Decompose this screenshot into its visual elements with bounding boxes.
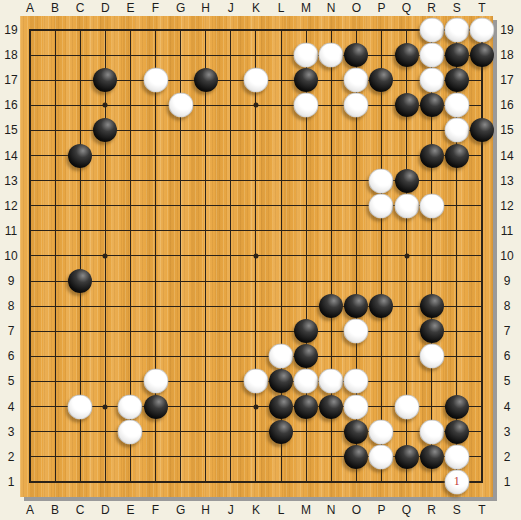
stone-white[interactable]	[294, 93, 319, 118]
row-label-left: 2	[8, 451, 15, 463]
stone-white[interactable]	[143, 369, 168, 394]
row-label-left: 14	[4, 150, 17, 162]
stone-white[interactable]	[369, 419, 394, 444]
col-label-bottom: P	[377, 504, 385, 516]
row-label-left: 1	[8, 476, 15, 488]
stone-black[interactable]	[395, 445, 419, 469]
stone-white[interactable]	[419, 43, 444, 68]
stone-white[interactable]	[143, 68, 168, 93]
stone-black[interactable]	[68, 269, 92, 293]
row-label-right: 7	[504, 325, 511, 337]
stone-black[interactable]	[445, 43, 469, 67]
grid-line-horizontal	[29, 306, 483, 307]
row-label-right: 12	[500, 200, 513, 212]
stone-black[interactable]	[420, 294, 444, 318]
col-label-top: N	[327, 2, 336, 14]
row-label-right: 6	[504, 350, 511, 362]
col-label-top: G	[176, 2, 185, 14]
grid-line-horizontal	[29, 331, 483, 332]
stone-white[interactable]: 1	[444, 469, 469, 494]
star-point	[253, 103, 258, 108]
stone-white[interactable]	[269, 344, 294, 369]
stone-black[interactable]	[319, 294, 343, 318]
row-label-left: 4	[8, 401, 15, 413]
stone-white[interactable]	[419, 18, 444, 43]
col-label-top: D	[101, 2, 110, 14]
row-label-left: 8	[8, 300, 15, 312]
row-label-left: 6	[8, 350, 15, 362]
stone-black[interactable]	[344, 420, 368, 444]
row-label-left: 13	[4, 175, 17, 187]
stone-black[interactable]	[269, 395, 293, 419]
stone-white[interactable]	[319, 369, 344, 394]
grid-line-horizontal	[29, 481, 483, 483]
row-label-right: 5	[504, 375, 511, 387]
col-label-bottom: T	[478, 504, 485, 516]
grid-line-vertical	[381, 29, 382, 483]
stone-black[interactable]	[369, 294, 393, 318]
col-label-top: A	[26, 2, 34, 14]
stone-black[interactable]	[194, 68, 218, 92]
col-label-bottom: G	[176, 504, 185, 516]
row-label-left: 10	[4, 250, 17, 262]
col-label-top: P	[377, 2, 385, 14]
stone-black[interactable]	[395, 169, 419, 193]
stone-white[interactable]	[118, 419, 143, 444]
stone-black[interactable]	[420, 144, 444, 168]
move-number-label: 1	[454, 476, 460, 488]
stone-white[interactable]	[344, 68, 369, 93]
grid-line-horizontal	[29, 356, 483, 357]
stone-black[interactable]	[470, 43, 494, 67]
stone-black[interactable]	[395, 43, 419, 67]
stone-white[interactable]	[394, 394, 419, 419]
row-label-left: 18	[4, 49, 17, 61]
col-label-top: H	[201, 2, 210, 14]
row-label-right: 10	[500, 250, 513, 262]
stone-black[interactable]	[68, 144, 92, 168]
col-label-top: S	[453, 2, 461, 14]
grid-line-horizontal	[29, 281, 483, 282]
stone-white[interactable]	[294, 369, 319, 394]
row-label-right: 2	[504, 451, 511, 463]
col-label-top: E	[126, 2, 134, 14]
row-label-right: 19	[500, 24, 513, 36]
row-label-right: 15	[500, 124, 513, 136]
stone-black[interactable]	[294, 395, 318, 419]
row-label-right: 8	[504, 300, 511, 312]
stone-white[interactable]	[344, 319, 369, 344]
stone-black[interactable]	[269, 369, 293, 393]
row-label-right: 1	[504, 476, 511, 488]
col-label-bottom: S	[453, 504, 461, 516]
stone-white[interactable]	[243, 369, 268, 394]
stone-black[interactable]	[93, 118, 117, 142]
stone-white[interactable]	[444, 118, 469, 143]
col-label-bottom: N	[327, 504, 336, 516]
stone-black[interactable]	[395, 93, 419, 117]
stone-white[interactable]	[319, 43, 344, 68]
stone-white[interactable]	[419, 344, 444, 369]
star-point	[253, 253, 258, 258]
stone-white[interactable]	[469, 18, 494, 43]
row-label-right: 17	[500, 74, 513, 86]
stone-white[interactable]	[344, 394, 369, 419]
col-label-bottom: B	[51, 504, 59, 516]
row-label-left: 9	[8, 275, 15, 287]
col-label-top: R	[427, 2, 436, 14]
stone-white[interactable]	[118, 394, 143, 419]
col-label-top: T	[478, 2, 485, 14]
col-label-top: L	[278, 2, 285, 14]
star-point	[253, 404, 258, 409]
row-label-right: 16	[500, 99, 513, 111]
row-label-left: 11	[5, 225, 17, 237]
row-label-left: 12	[4, 200, 17, 212]
stone-white[interactable]	[419, 419, 444, 444]
stone-black[interactable]	[344, 294, 368, 318]
stone-white[interactable]	[369, 444, 394, 469]
row-label-right: 11	[501, 225, 513, 237]
stone-black[interactable]	[420, 93, 444, 117]
stone-white[interactable]	[444, 93, 469, 118]
stone-black[interactable]	[470, 118, 494, 142]
stone-white[interactable]	[243, 68, 268, 93]
stone-white[interactable]	[344, 93, 369, 118]
stone-black[interactable]	[445, 420, 469, 444]
stone-white[interactable]	[68, 394, 93, 419]
col-label-top: Q	[402, 2, 411, 14]
col-label-bottom: R	[427, 504, 436, 516]
stone-black[interactable]	[294, 344, 318, 368]
stone-white[interactable]	[419, 193, 444, 218]
row-label-left: 16	[4, 99, 17, 111]
row-label-right: 18	[500, 49, 513, 61]
stone-white[interactable]	[444, 18, 469, 43]
row-label-left: 7	[8, 325, 15, 337]
row-label-left: 5	[8, 375, 15, 387]
stone-black[interactable]	[294, 319, 318, 343]
stone-black[interactable]	[344, 43, 368, 67]
col-label-bottom: M	[301, 504, 311, 516]
stone-white[interactable]	[294, 43, 319, 68]
col-label-bottom: Q	[402, 504, 411, 516]
stone-black[interactable]	[445, 395, 469, 419]
col-label-bottom: O	[352, 504, 361, 516]
star-point	[103, 404, 108, 409]
col-label-bottom: K	[252, 504, 260, 516]
col-label-bottom: L	[278, 504, 285, 516]
stone-black[interactable]	[420, 445, 444, 469]
stone-black[interactable]	[369, 68, 393, 92]
row-label-right: 13	[500, 175, 513, 187]
star-point	[103, 103, 108, 108]
col-label-top: M	[301, 2, 311, 14]
row-label-right: 9	[504, 275, 511, 287]
stone-white[interactable]	[344, 369, 369, 394]
col-label-top: B	[51, 2, 59, 14]
row-label-left: 19	[4, 24, 17, 36]
star-point	[404, 253, 409, 258]
stone-black[interactable]	[344, 445, 368, 469]
goban-frame: 1AABBCCDDEEFFGGHHJJKKLLMMNNOOPPQQRRSSTT1…	[0, 0, 521, 520]
row-label-right: 3	[504, 426, 511, 438]
stone-black[interactable]	[319, 395, 343, 419]
col-label-top: C	[76, 2, 85, 14]
stone-white[interactable]	[168, 93, 193, 118]
col-label-bottom: D	[101, 504, 110, 516]
row-label-right: 14	[500, 150, 513, 162]
stone-white[interactable]	[394, 193, 419, 218]
row-label-left: 17	[4, 74, 17, 86]
col-label-top: F	[152, 2, 159, 14]
stone-white[interactable]	[369, 193, 394, 218]
stone-black[interactable]	[445, 68, 469, 92]
stone-white[interactable]	[419, 68, 444, 93]
col-label-bottom: E	[126, 504, 134, 516]
star-point	[103, 253, 108, 258]
col-label-bottom: F	[152, 504, 159, 516]
stone-black[interactable]	[269, 420, 293, 444]
row-label-left: 3	[8, 426, 15, 438]
col-label-bottom: A	[26, 504, 34, 516]
stone-white[interactable]	[444, 444, 469, 469]
stone-black[interactable]	[445, 144, 469, 168]
col-label-top: K	[252, 2, 260, 14]
col-label-top: O	[352, 2, 361, 14]
stone-black[interactable]	[144, 395, 168, 419]
col-label-bottom: C	[76, 504, 85, 516]
row-label-right: 4	[504, 401, 511, 413]
col-label-bottom: H	[201, 504, 210, 516]
stone-white[interactable]	[369, 168, 394, 193]
row-label-left: 15	[4, 124, 17, 136]
grid-line-horizontal	[29, 431, 483, 432]
col-label-top: J	[228, 2, 234, 14]
grid-line-vertical	[481, 29, 483, 483]
stone-black[interactable]	[93, 68, 117, 92]
stone-black[interactable]	[420, 319, 444, 343]
col-label-bottom: J	[228, 504, 234, 516]
stone-black[interactable]	[294, 68, 318, 92]
